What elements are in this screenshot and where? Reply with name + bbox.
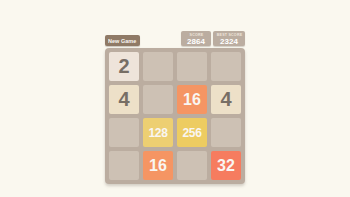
board-2048[interactable]: 241641282561632 — [105, 48, 245, 184]
empty-cell — [109, 151, 139, 180]
tile: 4 — [211, 85, 241, 114]
tile: 256 — [177, 118, 207, 147]
empty-cell — [177, 52, 207, 81]
tile: 2 — [109, 52, 139, 81]
empty-cell — [143, 85, 173, 114]
tile: 16 — [177, 85, 207, 114]
empty-cell — [211, 52, 241, 81]
new-game-button[interactable]: New Game — [105, 35, 140, 46]
empty-cell — [177, 151, 207, 180]
empty-cell — [211, 118, 241, 147]
page: New Game SCORE 2864 BEST SCORE 2324 2416… — [0, 0, 350, 197]
best-score-label-row: BEST SCORE — [201, 33, 258, 37]
best-score-label: BEST SCORE — [216, 32, 242, 36]
new-game-button-label: New Game — [108, 38, 136, 44]
tile: 16 — [143, 151, 173, 180]
tile: 128 — [143, 118, 173, 147]
empty-cell — [143, 52, 173, 81]
tile: 4 — [109, 85, 139, 114]
tile: 32 — [211, 151, 241, 180]
score-value: 2864 — [187, 37, 205, 46]
best-score-box: BEST SCORE 2324 — [213, 31, 245, 46]
best-score-value: 2324 — [220, 37, 238, 46]
empty-cell — [109, 118, 139, 147]
